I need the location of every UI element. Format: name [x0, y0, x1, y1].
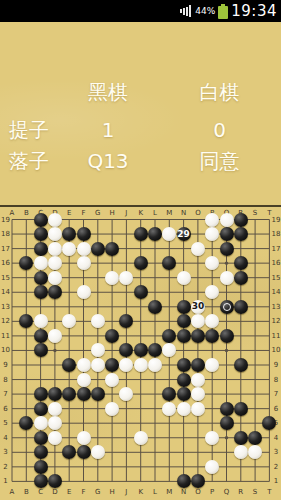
black-stone — [34, 387, 48, 401]
coord-label: N — [181, 489, 186, 496]
coord-label: 12 — [272, 318, 281, 325]
black-stone — [191, 358, 205, 372]
coord-label: 14 — [272, 289, 281, 296]
white-stone — [48, 227, 62, 241]
white-stone — [48, 402, 62, 416]
black-stone — [105, 358, 119, 372]
coord-label: F — [81, 489, 85, 496]
white-stone — [191, 387, 205, 401]
black-stone — [234, 213, 248, 227]
black-stone: 29 — [177, 227, 191, 241]
coord-label: D — [52, 489, 57, 496]
black-stone — [177, 329, 191, 343]
coord-label: 7 — [274, 391, 278, 398]
black-stone — [134, 285, 148, 299]
coord-label: G — [95, 210, 100, 217]
coord-label: Q — [224, 489, 230, 496]
coord-label: O — [195, 489, 201, 496]
coord-label: 15 — [1, 274, 10, 281]
black-stone — [191, 329, 205, 343]
coord-label: 16 — [1, 260, 10, 267]
coord-label: M — [166, 210, 172, 217]
coord-label: B — [24, 489, 29, 496]
coord-label: 11 — [272, 332, 281, 339]
coord-label: 1 — [274, 478, 278, 485]
black-stone — [134, 256, 148, 270]
coord-label: E — [67, 489, 71, 496]
coord-label: 16 — [272, 260, 281, 267]
black-stone — [234, 256, 248, 270]
status-bar-clock: 19:34 — [231, 2, 277, 20]
coord-label: M — [166, 489, 172, 496]
black-stone — [205, 329, 219, 343]
black-stone — [148, 227, 162, 241]
coord-label: 19 — [1, 216, 10, 223]
coord-label: G — [95, 489, 100, 496]
coord-label: 10 — [1, 347, 10, 354]
coord-label: L — [153, 489, 157, 496]
last-move-marker-icon — [223, 303, 231, 311]
coord-label: 4 — [274, 434, 278, 441]
coord-label: 2 — [274, 463, 278, 470]
coord-label: B — [24, 210, 29, 217]
coord-label: 17 — [272, 245, 281, 252]
white-stone — [220, 213, 234, 227]
coord-label: 15 — [272, 274, 281, 281]
coord-label: 7 — [3, 391, 7, 398]
coord-label: K — [138, 489, 143, 496]
white-stone — [77, 358, 91, 372]
coord-label: 5 — [3, 420, 7, 427]
coord-label: 6 — [3, 405, 7, 412]
black-stone — [34, 242, 48, 256]
white-stone — [48, 431, 62, 445]
coord-label: P — [210, 489, 214, 496]
white-stone — [220, 271, 234, 285]
signal-strength-icon — [180, 5, 192, 17]
coord-label: T — [267, 489, 271, 496]
white-stone — [234, 445, 248, 459]
white-stone — [77, 431, 91, 445]
coord-label: O — [195, 210, 201, 217]
white-stone — [134, 358, 148, 372]
coord-label: R — [238, 489, 243, 496]
white-stone — [48, 242, 62, 256]
white-stone — [177, 402, 191, 416]
white-stone — [148, 358, 162, 372]
black-stone — [91, 242, 105, 256]
white-stone — [191, 402, 205, 416]
black-stone — [91, 387, 105, 401]
coord-label: 6 — [274, 405, 278, 412]
black-stone — [177, 387, 191, 401]
black-stone — [220, 402, 234, 416]
black-stone — [177, 373, 191, 387]
black-stone — [177, 358, 191, 372]
white-stone — [91, 358, 105, 372]
coord-label: N — [181, 210, 186, 217]
black-stone — [234, 300, 248, 314]
black-stone — [34, 460, 48, 474]
black-stone — [248, 431, 262, 445]
coord-label: A — [10, 210, 15, 217]
move-number-label: 30 — [192, 302, 205, 311]
coord-label: 8 — [3, 376, 7, 383]
white-stone — [119, 271, 133, 285]
coord-label: 4 — [3, 434, 7, 441]
black-stone — [105, 242, 119, 256]
coord-label: J — [125, 489, 127, 496]
black-stone — [134, 227, 148, 241]
white-stone — [177, 271, 191, 285]
white-stone — [34, 416, 48, 430]
white-stone — [48, 213, 62, 227]
coord-label: 8 — [274, 376, 278, 383]
black-stone — [34, 343, 48, 357]
black-stone — [220, 300, 234, 314]
coord-label: 3 — [3, 449, 7, 456]
coord-label: 19 — [272, 216, 281, 223]
coord-label: H — [109, 210, 114, 217]
black-stone — [234, 227, 248, 241]
android-status-bar: 44% 19:34 — [0, 0, 281, 22]
white-stone — [205, 460, 219, 474]
coord-label: 1 — [3, 478, 7, 485]
black-stone — [77, 227, 91, 241]
black-stone — [220, 416, 234, 430]
white-stone — [77, 373, 91, 387]
white-stone — [77, 285, 91, 299]
coord-label: E — [67, 210, 71, 217]
white-stone — [34, 256, 48, 270]
white-stone — [77, 242, 91, 256]
coord-label: J — [125, 210, 127, 217]
black-stone — [34, 227, 48, 241]
white-stone — [105, 271, 119, 285]
battery-icon — [218, 4, 228, 19]
coord-label: 14 — [1, 289, 10, 296]
white-stone — [191, 373, 205, 387]
white-stone — [48, 256, 62, 270]
white-stone — [48, 329, 62, 343]
battery-percent-label: 44% — [195, 6, 215, 16]
black-stone — [234, 402, 248, 416]
move-number-label: 29 — [177, 230, 190, 239]
white-stone — [77, 256, 91, 270]
black-stone — [77, 445, 91, 459]
coord-label: C — [38, 489, 43, 496]
coord-label: 17 — [1, 245, 10, 252]
white-stone — [34, 314, 48, 328]
black-stone — [234, 358, 248, 372]
black-stone — [34, 402, 48, 416]
white-stone: 30 — [191, 300, 205, 314]
white-stone — [105, 402, 119, 416]
white-stone — [48, 416, 62, 430]
white-stone — [205, 431, 219, 445]
coord-label: 18 — [1, 231, 10, 238]
coord-label: A — [10, 489, 15, 496]
coord-label: 13 — [1, 303, 10, 310]
go-board[interactable]: AABBCCDDEEFFGGHHJJKKLLMMNNOOPPQQRRSSTT19… — [0, 0, 281, 500]
black-stone — [34, 329, 48, 343]
white-stone — [205, 213, 219, 227]
coord-label: 9 — [3, 362, 7, 369]
coord-label: S — [253, 210, 257, 217]
white-stone — [191, 242, 205, 256]
coord-label: 18 — [272, 231, 281, 238]
black-stone — [34, 431, 48, 445]
coord-label: 12 — [1, 318, 10, 325]
black-stone — [34, 285, 48, 299]
black-stone — [220, 227, 234, 241]
black-stone — [148, 300, 162, 314]
black-stone — [34, 445, 48, 459]
black-stone — [220, 242, 234, 256]
black-stone — [34, 213, 48, 227]
black-stone — [34, 474, 48, 488]
black-stone — [177, 474, 191, 488]
white-stone — [134, 431, 148, 445]
coord-label: L — [153, 210, 157, 217]
coord-label: 11 — [1, 332, 10, 339]
black-stone — [220, 329, 234, 343]
white-stone — [105, 373, 119, 387]
coord-label: F — [81, 210, 85, 217]
coord-label: S — [253, 489, 257, 496]
coord-label: 10 — [272, 347, 281, 354]
white-stone — [62, 242, 76, 256]
white-stone — [48, 271, 62, 285]
coord-label: 13 — [272, 303, 281, 310]
coord-label: 9 — [274, 362, 278, 369]
coord-label: H — [109, 489, 114, 496]
black-stone — [177, 300, 191, 314]
coord-label: 3 — [274, 449, 278, 456]
black-stone — [234, 271, 248, 285]
coord-label: K — [138, 210, 143, 217]
black-stone — [48, 387, 62, 401]
black-stone — [34, 271, 48, 285]
black-stone — [77, 387, 91, 401]
black-stone — [234, 431, 248, 445]
black-stone — [105, 329, 119, 343]
black-stone — [177, 314, 191, 328]
white-stone — [162, 402, 176, 416]
coord-label: 2 — [3, 463, 7, 470]
white-stone — [91, 445, 105, 459]
